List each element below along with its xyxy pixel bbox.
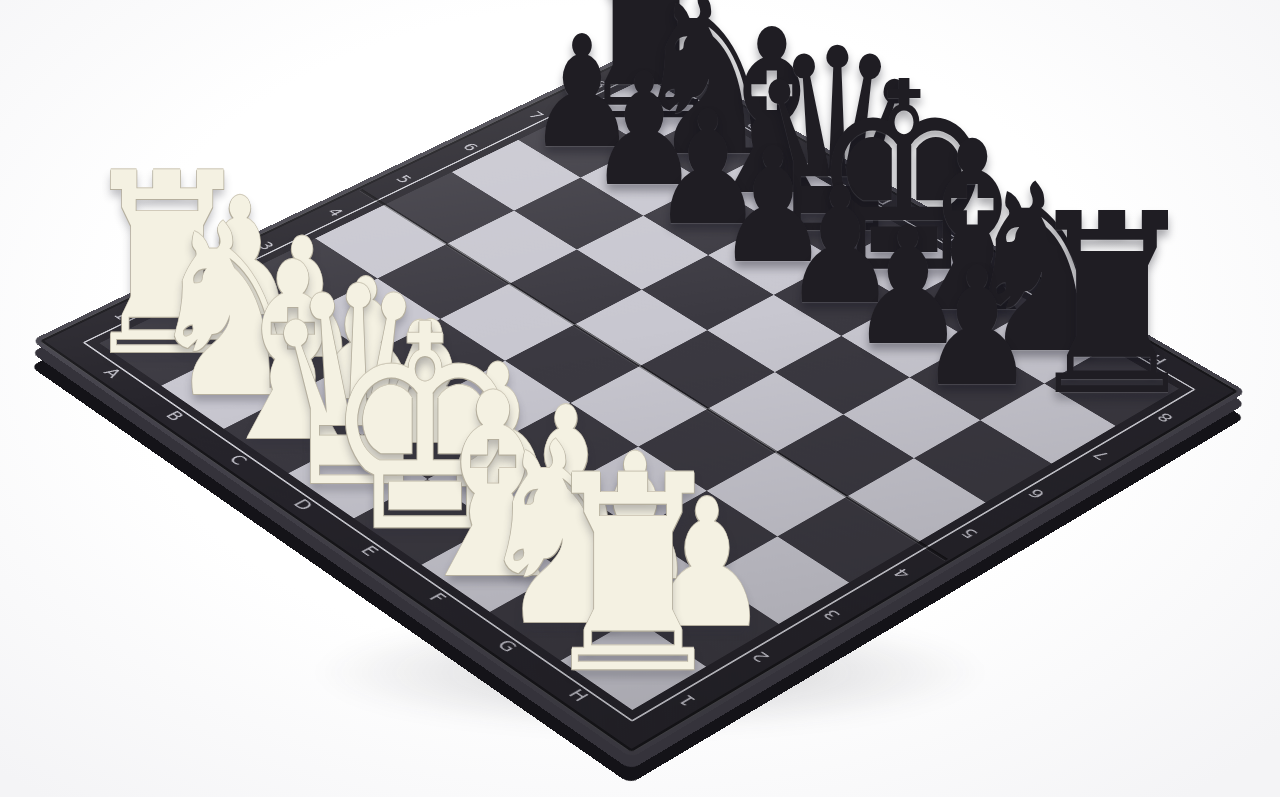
piece-black-pawn-g7[interactable]: ♟ xyxy=(918,245,1036,410)
piece-white-rook-h1[interactable]: ♜ xyxy=(536,441,730,712)
piece-black-rook-h8[interactable]: ♜ xyxy=(1022,181,1201,431)
product-photo-scene: AA11BB22CC33DD44EE55FF66GG77HH88 ♜♞♝♛♚♝♞… xyxy=(0,0,1280,797)
